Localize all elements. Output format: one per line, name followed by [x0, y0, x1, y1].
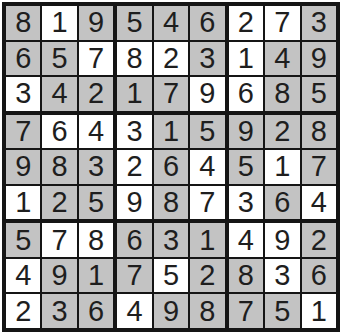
cell-r4c7[interactable]: 9: [229, 115, 263, 149]
cell-r4c8[interactable]: 2: [265, 115, 299, 149]
cell-r4c5[interactable]: 1: [154, 115, 188, 149]
cell-r5c6[interactable]: 4: [190, 150, 224, 184]
sudoku-page: 8196573425468231792731496857649831253152…: [0, 0, 342, 334]
cell-r8c7[interactable]: 8: [229, 259, 263, 293]
cell-r4c2[interactable]: 6: [42, 115, 76, 149]
cell-r3c2[interactable]: 4: [42, 77, 76, 111]
cell-r8c4[interactable]: 7: [117, 259, 151, 293]
cell-r9c4[interactable]: 4: [117, 294, 151, 328]
sudoku-box-9: 492836751: [229, 223, 336, 328]
sudoku-box-2: 546823179: [117, 6, 224, 111]
cell-r8c6[interactable]: 2: [190, 259, 224, 293]
cell-r1c5[interactable]: 4: [154, 6, 188, 40]
cell-r3c7[interactable]: 6: [229, 77, 263, 111]
sudoku-box-8: 631752498: [117, 223, 224, 328]
cell-r1c8[interactable]: 7: [265, 6, 299, 40]
cell-r9c6[interactable]: 8: [190, 294, 224, 328]
cell-r7c3[interactable]: 8: [79, 223, 113, 257]
cell-r1c7[interactable]: 2: [229, 6, 263, 40]
cell-r6c3[interactable]: 5: [79, 186, 113, 220]
cell-r8c1[interactable]: 4: [6, 259, 40, 293]
cell-r1c9[interactable]: 3: [302, 6, 336, 40]
cell-r1c6[interactable]: 6: [190, 6, 224, 40]
cell-r8c2[interactable]: 9: [42, 259, 76, 293]
cell-r1c2[interactable]: 1: [42, 6, 76, 40]
cell-r9c2[interactable]: 3: [42, 294, 76, 328]
cell-r2c1[interactable]: 6: [6, 42, 40, 76]
cell-r3c5[interactable]: 7: [154, 77, 188, 111]
cell-r5c3[interactable]: 3: [79, 150, 113, 184]
cell-r6c2[interactable]: 2: [42, 186, 76, 220]
cell-r3c6[interactable]: 9: [190, 77, 224, 111]
cell-r7c7[interactable]: 4: [229, 223, 263, 257]
cell-r2c4[interactable]: 8: [117, 42, 151, 76]
cell-r7c9[interactable]: 2: [302, 223, 336, 257]
sudoku-box-4: 764983125: [6, 115, 113, 220]
cell-r6c1[interactable]: 1: [6, 186, 40, 220]
sudoku-box-3: 273149685: [229, 6, 336, 111]
cell-r7c6[interactable]: 1: [190, 223, 224, 257]
cell-r5c9[interactable]: 7: [302, 150, 336, 184]
cell-r4c3[interactable]: 4: [79, 115, 113, 149]
cell-r2c7[interactable]: 1: [229, 42, 263, 76]
cell-r6c6[interactable]: 7: [190, 186, 224, 220]
cell-r1c3[interactable]: 9: [79, 6, 113, 40]
sudoku-box-6: 928517364: [229, 115, 336, 220]
cell-r4c1[interactable]: 7: [6, 115, 40, 149]
cell-r7c5[interactable]: 3: [154, 223, 188, 257]
cell-r9c3[interactable]: 6: [79, 294, 113, 328]
cell-r5c5[interactable]: 6: [154, 150, 188, 184]
cell-r1c1[interactable]: 8: [6, 6, 40, 40]
cell-r8c5[interactable]: 5: [154, 259, 188, 293]
cell-r8c9[interactable]: 6: [302, 259, 336, 293]
cell-r3c8[interactable]: 8: [265, 77, 299, 111]
cell-r9c1[interactable]: 2: [6, 294, 40, 328]
cell-r7c8[interactable]: 9: [265, 223, 299, 257]
cell-r6c5[interactable]: 8: [154, 186, 188, 220]
cell-r9c5[interactable]: 9: [154, 294, 188, 328]
sudoku-box-5: 315264987: [117, 115, 224, 220]
cell-r9c8[interactable]: 5: [265, 294, 299, 328]
cell-r6c7[interactable]: 3: [229, 186, 263, 220]
sudoku-box-1: 819657342: [6, 6, 113, 111]
cell-r6c8[interactable]: 6: [265, 186, 299, 220]
cell-r5c4[interactable]: 2: [117, 150, 151, 184]
cell-r7c2[interactable]: 7: [42, 223, 76, 257]
cell-r4c9[interactable]: 8: [302, 115, 336, 149]
cell-r4c6[interactable]: 5: [190, 115, 224, 149]
cell-r2c2[interactable]: 5: [42, 42, 76, 76]
cell-r7c4[interactable]: 6: [117, 223, 151, 257]
cell-r2c3[interactable]: 7: [79, 42, 113, 76]
cell-r5c2[interactable]: 8: [42, 150, 76, 184]
cell-r3c4[interactable]: 1: [117, 77, 151, 111]
cell-r8c8[interactable]: 3: [265, 259, 299, 293]
cell-r2c5[interactable]: 2: [154, 42, 188, 76]
cell-r2c8[interactable]: 4: [265, 42, 299, 76]
cell-r9c7[interactable]: 7: [229, 294, 263, 328]
cell-r9c9[interactable]: 1: [302, 294, 336, 328]
cell-r2c9[interactable]: 9: [302, 42, 336, 76]
cell-r2c6[interactable]: 3: [190, 42, 224, 76]
cell-r1c4[interactable]: 5: [117, 6, 151, 40]
cell-r6c9[interactable]: 4: [302, 186, 336, 220]
cell-r5c8[interactable]: 1: [265, 150, 299, 184]
sudoku-box-7: 578491236: [6, 223, 113, 328]
cell-r3c9[interactable]: 5: [302, 77, 336, 111]
sudoku-board: 8196573425468231792731496857649831253152…: [2, 2, 340, 332]
cell-r3c3[interactable]: 2: [79, 77, 113, 111]
cell-r5c1[interactable]: 9: [6, 150, 40, 184]
cell-r6c4[interactable]: 9: [117, 186, 151, 220]
cell-r8c3[interactable]: 1: [79, 259, 113, 293]
cell-r4c4[interactable]: 3: [117, 115, 151, 149]
cell-r5c7[interactable]: 5: [229, 150, 263, 184]
cell-r7c1[interactable]: 5: [6, 223, 40, 257]
cell-r3c1[interactable]: 3: [6, 77, 40, 111]
